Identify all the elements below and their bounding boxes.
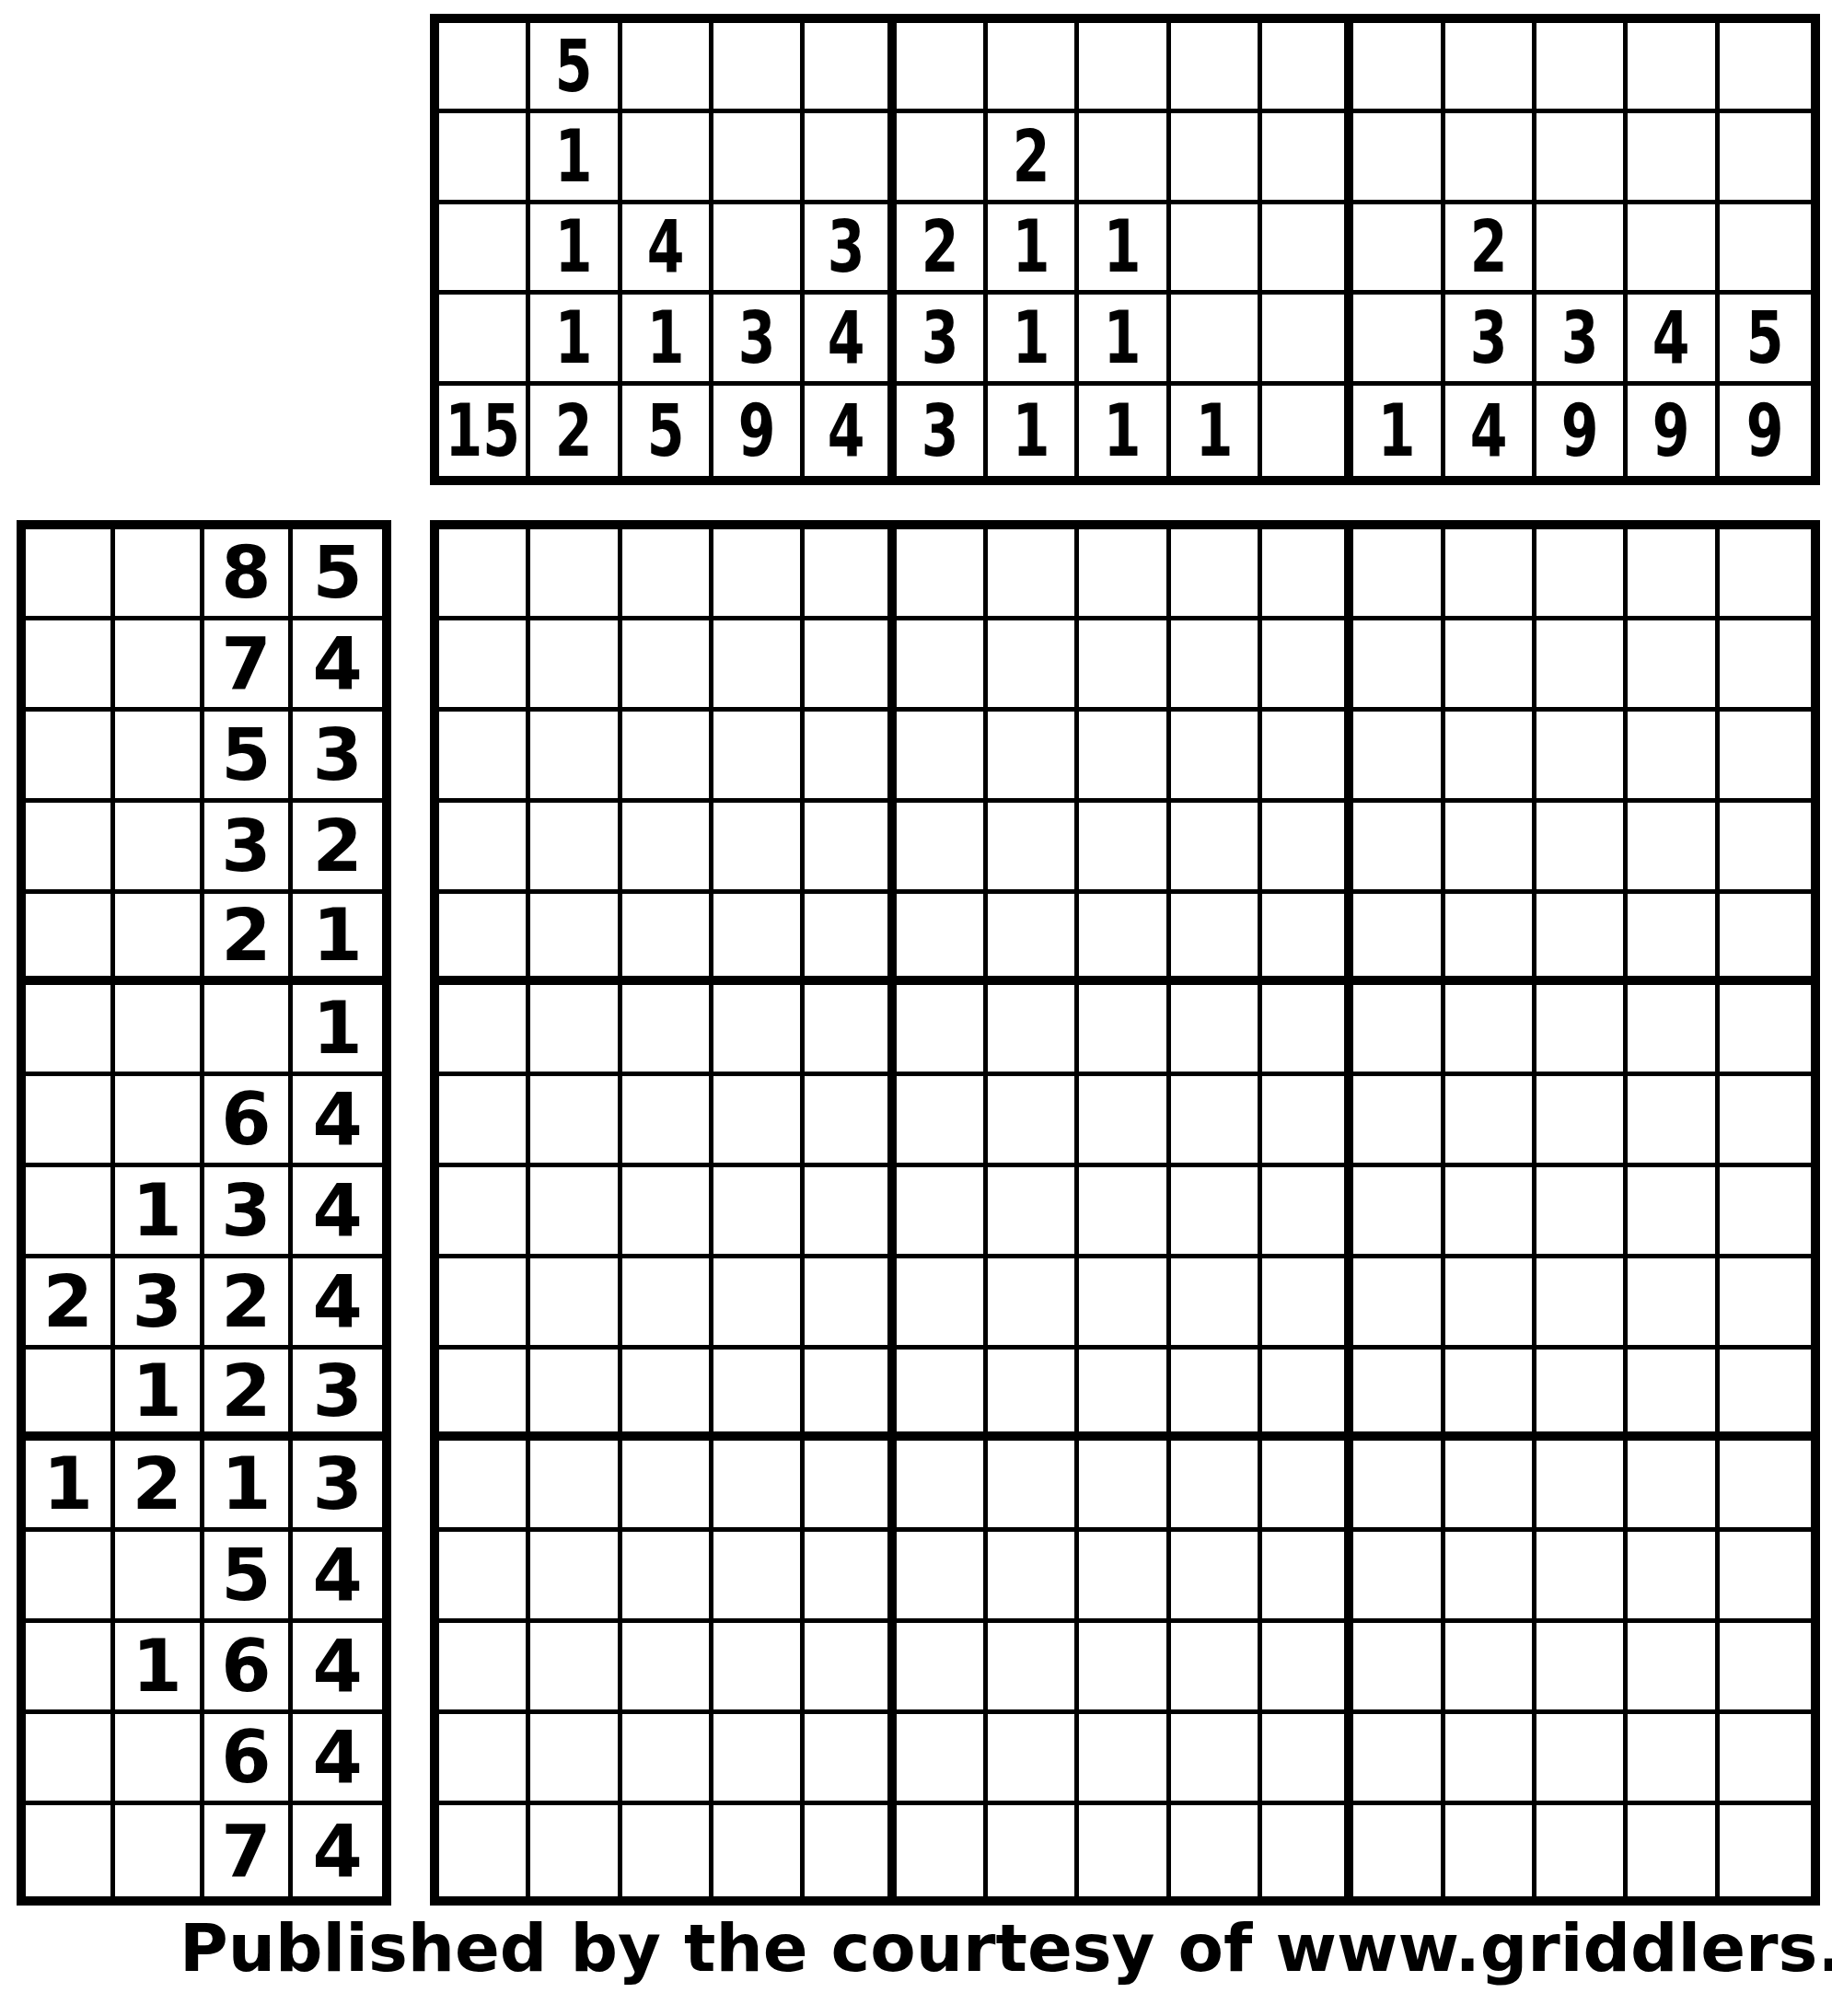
grid-cell[interactable] xyxy=(1171,1441,1262,1532)
grid-cell[interactable] xyxy=(988,1076,1079,1167)
grid-cell[interactable] xyxy=(1262,620,1353,712)
row-clue-cell: 3 xyxy=(204,803,294,894)
grid-cell[interactable] xyxy=(897,1805,988,1896)
grid-cell[interactable] xyxy=(1079,803,1170,894)
grid-cell[interactable] xyxy=(622,1258,713,1350)
grid-cell[interactable] xyxy=(1353,529,1444,620)
grid-cell[interactable] xyxy=(439,894,530,985)
grid-cell[interactable] xyxy=(1079,1167,1170,1258)
grid-cell[interactable] xyxy=(1536,894,1628,985)
grid-cell[interactable] xyxy=(1536,1167,1628,1258)
grid-cell[interactable] xyxy=(1720,1623,1811,1714)
clue-number: 15 xyxy=(445,395,519,467)
column-clue-cell xyxy=(1262,295,1353,385)
grid-cell[interactable] xyxy=(1536,985,1628,1076)
grid-cell[interactable] xyxy=(1353,1350,1444,1441)
column-clue-cell xyxy=(1353,23,1444,113)
grid-cell[interactable] xyxy=(713,985,805,1076)
grid-cell[interactable] xyxy=(897,529,988,620)
clue-number: 4 xyxy=(312,1266,362,1338)
clue-number: 4 xyxy=(312,1815,362,1887)
grid-cell[interactable] xyxy=(622,1076,713,1167)
grid-cell[interactable] xyxy=(439,1076,530,1167)
grid-cell[interactable] xyxy=(1079,1258,1170,1350)
grid-cell[interactable] xyxy=(1171,803,1262,894)
grid-cell[interactable] xyxy=(1262,529,1353,620)
grid-cell[interactable] xyxy=(805,1441,896,1532)
grid-cell[interactable] xyxy=(1262,1441,1353,1532)
grid-cell[interactable] xyxy=(1353,1076,1444,1167)
column-clue-cell: 1 xyxy=(1079,386,1170,476)
grid-cell[interactable] xyxy=(1720,1805,1811,1896)
grid-cell[interactable] xyxy=(1720,1532,1811,1623)
grid-cell[interactable] xyxy=(897,1441,988,1532)
grid-cell[interactable] xyxy=(1720,1258,1811,1350)
column-clue-cell xyxy=(805,23,896,113)
grid-cell[interactable] xyxy=(1262,1258,1353,1350)
clue-number: 5 xyxy=(646,395,684,467)
clue-number: 2 xyxy=(1469,211,1507,283)
column-clue-cell xyxy=(1171,295,1262,385)
grid-cell[interactable] xyxy=(622,803,713,894)
grid-cell[interactable] xyxy=(988,894,1079,985)
grid-cell[interactable] xyxy=(530,1350,621,1441)
grid-cell[interactable] xyxy=(1079,1350,1170,1441)
grid-cell[interactable] xyxy=(1171,985,1262,1076)
grid-cell[interactable] xyxy=(439,1258,530,1350)
column-clue-cell: 4 xyxy=(622,204,713,295)
clue-number: 4 xyxy=(312,628,362,700)
grid-cell[interactable] xyxy=(1079,1623,1170,1714)
grid-cell[interactable] xyxy=(1720,985,1811,1076)
grid-cell[interactable] xyxy=(622,1714,713,1805)
column-clue-cell: 4 xyxy=(1445,386,1536,476)
grid-cell[interactable] xyxy=(1536,1805,1628,1896)
grid-cell[interactable] xyxy=(1720,1714,1811,1805)
grid-cell[interactable] xyxy=(1353,1623,1444,1714)
grid-cell[interactable] xyxy=(1445,1076,1536,1167)
grid-cell[interactable] xyxy=(1536,712,1628,803)
grid-cell[interactable] xyxy=(805,1258,896,1350)
grid-cell[interactable] xyxy=(530,1258,621,1350)
column-clue-cell: 15 xyxy=(439,386,530,476)
grid-cell[interactable] xyxy=(530,1076,621,1167)
grid-cell[interactable] xyxy=(1171,1532,1262,1623)
column-clue-cell: 5 xyxy=(530,23,621,113)
grid-cell[interactable] xyxy=(1171,894,1262,985)
row-clue-cell: 4 xyxy=(293,1258,382,1350)
grid-cell[interactable] xyxy=(1536,803,1628,894)
clue-number: 1 xyxy=(43,1448,93,1520)
grid-cell[interactable] xyxy=(439,1441,530,1532)
grid-cell[interactable] xyxy=(1720,803,1811,894)
grid-cell[interactable] xyxy=(1353,803,1444,894)
grid-cell[interactable] xyxy=(1628,1167,1719,1258)
grid-cell[interactable] xyxy=(1445,1532,1536,1623)
grid-cell[interactable] xyxy=(988,1714,1079,1805)
column-clue-cell: 9 xyxy=(1536,386,1628,476)
grid-cell[interactable] xyxy=(530,1623,621,1714)
grid-cell[interactable] xyxy=(622,1805,713,1896)
grid-cell[interactable] xyxy=(1445,985,1536,1076)
grid-cell[interactable] xyxy=(1353,1532,1444,1623)
grid-cell[interactable] xyxy=(713,803,805,894)
grid-cell[interactable] xyxy=(1445,620,1536,712)
grid-cell[interactable] xyxy=(805,1714,896,1805)
grid-cell[interactable] xyxy=(1628,1623,1719,1714)
grid-cell[interactable] xyxy=(988,620,1079,712)
grid-cell[interactable] xyxy=(1628,1714,1719,1805)
grid-cell[interactable] xyxy=(1720,712,1811,803)
grid-cell[interactable] xyxy=(1353,1167,1444,1258)
grid-cell[interactable] xyxy=(1628,1350,1719,1441)
grid-cell[interactable] xyxy=(805,1532,896,1623)
grid-cell[interactable] xyxy=(805,1167,896,1258)
grid-cell[interactable] xyxy=(1536,1076,1628,1167)
grid-cell[interactable] xyxy=(1262,1532,1353,1623)
grid-cell[interactable] xyxy=(530,1714,621,1805)
grid-cell[interactable] xyxy=(897,620,988,712)
grid-cell[interactable] xyxy=(622,620,713,712)
grid-cell[interactable] xyxy=(530,620,621,712)
grid-cell[interactable] xyxy=(1445,1714,1536,1805)
clue-number: 2 xyxy=(1013,121,1050,192)
grid-cell[interactable] xyxy=(1079,712,1170,803)
grid-cell[interactable] xyxy=(1079,985,1170,1076)
grid-cell[interactable] xyxy=(1079,894,1170,985)
grid-cell[interactable] xyxy=(439,1714,530,1805)
column-clue-cell: 1 xyxy=(988,386,1079,476)
grid-cell[interactable] xyxy=(1628,1258,1719,1350)
grid-cell[interactable] xyxy=(988,1258,1079,1350)
clue-number: 3 xyxy=(312,719,362,791)
clue-number: 1 xyxy=(1104,211,1142,283)
grid-cell[interactable] xyxy=(1628,894,1719,985)
row-clue-cell: 4 xyxy=(293,620,382,712)
row-clue-cell: 2 xyxy=(204,894,294,985)
grid-cell[interactable] xyxy=(622,529,713,620)
grid-cell[interactable] xyxy=(897,1350,988,1441)
caption: Published by the courtesy of www.griddle… xyxy=(180,1915,1832,1981)
grid-cell[interactable] xyxy=(1720,529,1811,620)
grid-cell[interactable] xyxy=(1353,1258,1444,1350)
grid-cell[interactable] xyxy=(713,1714,805,1805)
clue-number: 4 xyxy=(312,1630,362,1702)
column-clue-cell xyxy=(1262,113,1353,203)
row-clue-cell xyxy=(26,712,115,803)
grid-cell[interactable] xyxy=(805,894,896,985)
grid-cell[interactable] xyxy=(897,1532,988,1623)
grid-cell[interactable] xyxy=(439,1350,530,1441)
grid-cell[interactable] xyxy=(1171,620,1262,712)
row-clue-cell xyxy=(26,803,115,894)
grid-cell[interactable] xyxy=(530,1532,621,1623)
grid-cell[interactable] xyxy=(713,1441,805,1532)
grid-cell[interactable] xyxy=(1079,529,1170,620)
grid-cell[interactable] xyxy=(713,620,805,712)
grid-cell[interactable] xyxy=(988,1532,1079,1623)
column-clue-cell xyxy=(1628,113,1719,203)
grid-cell[interactable] xyxy=(897,1076,988,1167)
grid-cell[interactable] xyxy=(713,712,805,803)
grid-cell[interactable] xyxy=(1079,1532,1170,1623)
column-clue-cell: 4 xyxy=(1628,295,1719,385)
grid-cell[interactable] xyxy=(713,1167,805,1258)
grid-cell[interactable] xyxy=(1353,620,1444,712)
grid-cell[interactable] xyxy=(1353,712,1444,803)
grid-cell[interactable] xyxy=(1536,1350,1628,1441)
grid-cell[interactable] xyxy=(805,1805,896,1896)
grid-cell[interactable] xyxy=(988,712,1079,803)
column-clue-cell: 3 xyxy=(805,204,896,295)
grid-cell[interactable] xyxy=(1628,620,1719,712)
grid-cell[interactable] xyxy=(1262,803,1353,894)
grid-cell[interactable] xyxy=(1445,1350,1536,1441)
grid-cell[interactable] xyxy=(1079,1076,1170,1167)
row-clue-cell xyxy=(26,1076,115,1167)
grid-cell[interactable] xyxy=(622,1167,713,1258)
clue-number: 3 xyxy=(738,302,776,374)
grid-cell[interactable] xyxy=(622,712,713,803)
grid-cell[interactable] xyxy=(805,529,896,620)
grid-cell[interactable] xyxy=(1353,1805,1444,1896)
clue-number: 3 xyxy=(828,211,865,283)
grid-cell[interactable] xyxy=(1079,1805,1170,1896)
grid-cell[interactable] xyxy=(1353,985,1444,1076)
grid-cell[interactable] xyxy=(805,712,896,803)
grid-cell[interactable] xyxy=(1262,985,1353,1076)
grid-cell[interactable] xyxy=(1628,1441,1719,1532)
grid-cell[interactable] xyxy=(988,1350,1079,1441)
clue-number: 1 xyxy=(1013,211,1050,283)
column-clue-cell xyxy=(1262,204,1353,295)
clue-number: 9 xyxy=(1561,395,1599,467)
grid-cell[interactable] xyxy=(988,803,1079,894)
grid-cell[interactable] xyxy=(1628,1532,1719,1623)
row-clue-cell xyxy=(115,803,204,894)
grid-cell[interactable] xyxy=(713,1350,805,1441)
grid-cell[interactable] xyxy=(1720,620,1811,712)
clue-number: 7 xyxy=(221,1815,271,1887)
column-clue-cell xyxy=(439,295,530,385)
grid-cell[interactable] xyxy=(530,529,621,620)
grid-cell[interactable] xyxy=(1445,1258,1536,1350)
grid-cell[interactable] xyxy=(1720,1441,1811,1532)
grid-cell[interactable] xyxy=(805,985,896,1076)
grid-cell[interactable] xyxy=(439,712,530,803)
grid-cell[interactable] xyxy=(897,985,988,1076)
grid-cell[interactable] xyxy=(1262,712,1353,803)
clue-number: 2 xyxy=(221,1266,271,1338)
grid-cell[interactable] xyxy=(805,1623,896,1714)
grid-cell[interactable] xyxy=(988,529,1079,620)
clue-number: 1 xyxy=(1013,302,1050,374)
grid-cell[interactable] xyxy=(1720,1167,1811,1258)
grid-cell[interactable] xyxy=(1720,894,1811,985)
column-clue-cell: 9 xyxy=(713,386,805,476)
clue-number: 1 xyxy=(555,302,593,374)
grid-cell[interactable] xyxy=(622,894,713,985)
row-clue-cell xyxy=(26,1350,115,1441)
grid-cell[interactable] xyxy=(1720,1076,1811,1167)
row-clue-cell: 5 xyxy=(204,712,294,803)
grid-cell[interactable] xyxy=(713,1076,805,1167)
column-clue-cell: 2 xyxy=(530,386,621,476)
grid-cell[interactable] xyxy=(897,894,988,985)
row-clue-cell: 3 xyxy=(293,712,382,803)
grid-cell[interactable] xyxy=(1079,620,1170,712)
grid-cell[interactable] xyxy=(897,1714,988,1805)
grid-cell[interactable] xyxy=(530,894,621,985)
grid-cell[interactable] xyxy=(1445,803,1536,894)
clue-number: 3 xyxy=(221,810,271,882)
grid-cell[interactable] xyxy=(988,1805,1079,1896)
grid-cell[interactable] xyxy=(1536,620,1628,712)
clue-number: 3 xyxy=(132,1266,181,1338)
grid-cell[interactable] xyxy=(1536,1623,1628,1714)
grid-cell[interactable] xyxy=(805,1076,896,1167)
grid-cell[interactable] xyxy=(622,1532,713,1623)
clue-number: 1 xyxy=(132,1175,181,1246)
column-clue-cell: 2 xyxy=(988,113,1079,203)
grid-cell[interactable] xyxy=(439,1167,530,1258)
grid-cell[interactable] xyxy=(988,1441,1079,1532)
row-clue-cell: 6 xyxy=(204,1623,294,1714)
grid-cell[interactable] xyxy=(1628,1805,1719,1896)
grid-cell[interactable] xyxy=(439,1805,530,1896)
grid-cell[interactable] xyxy=(897,1258,988,1350)
grid-cell[interactable] xyxy=(1536,1532,1628,1623)
grid-cell[interactable] xyxy=(805,1350,896,1441)
grid-cell[interactable] xyxy=(1353,1714,1444,1805)
column-clue-cell: 9 xyxy=(1720,386,1811,476)
grid-cell[interactable] xyxy=(897,1623,988,1714)
grid-cell[interactable] xyxy=(805,620,896,712)
grid-cell[interactable] xyxy=(622,1441,713,1532)
clue-number: 9 xyxy=(738,395,776,467)
grid-cell[interactable] xyxy=(439,1623,530,1714)
grid-cell[interactable] xyxy=(530,1441,621,1532)
grid-cell[interactable] xyxy=(1628,985,1719,1076)
clue-number: 1 xyxy=(1013,395,1050,467)
column-clue-cell: 3 xyxy=(897,295,988,385)
grid-cell[interactable] xyxy=(805,803,896,894)
grid-cell[interactable] xyxy=(1445,1805,1536,1896)
grid-cell[interactable] xyxy=(1171,529,1262,620)
grid-cell[interactable] xyxy=(1445,1623,1536,1714)
grid-cell[interactable] xyxy=(622,1623,713,1714)
grid-cell[interactable] xyxy=(1171,1076,1262,1167)
grid-cell[interactable] xyxy=(1536,1441,1628,1532)
grid-cell[interactable] xyxy=(1079,1441,1170,1532)
grid-cell[interactable] xyxy=(713,529,805,620)
clue-number: 4 xyxy=(1469,395,1507,467)
grid-cell[interactable] xyxy=(897,1167,988,1258)
column-clue-cell xyxy=(713,23,805,113)
grid-cell[interactable] xyxy=(1628,1076,1719,1167)
row-clue-cell: 1 xyxy=(115,1167,204,1258)
grid-cell[interactable] xyxy=(1536,1258,1628,1350)
row-clue-cell: 1 xyxy=(115,1350,204,1441)
grid-cell[interactable] xyxy=(1171,1258,1262,1350)
grid-cell[interactable] xyxy=(988,985,1079,1076)
grid-cell[interactable] xyxy=(439,620,530,712)
grid-cell[interactable] xyxy=(530,1167,621,1258)
row-clue-cell: 5 xyxy=(293,529,382,620)
row-clue-cell xyxy=(115,529,204,620)
grid-cell[interactable] xyxy=(530,712,621,803)
grid-cell[interactable] xyxy=(1171,1714,1262,1805)
grid-cell[interactable] xyxy=(1445,1167,1536,1258)
grid-cell[interactable] xyxy=(1262,1076,1353,1167)
grid-cell[interactable] xyxy=(622,985,713,1076)
grid-cell[interactable] xyxy=(439,803,530,894)
clue-number: 5 xyxy=(312,537,362,608)
column-clue-cell: 2 xyxy=(897,204,988,295)
row-clue-cell: 2 xyxy=(204,1258,294,1350)
grid-cell[interactable] xyxy=(1536,1714,1628,1805)
grid-cell[interactable] xyxy=(713,1532,805,1623)
grid-cell[interactable] xyxy=(1445,894,1536,985)
grid-cell[interactable] xyxy=(1262,1805,1353,1896)
grid-cell[interactable] xyxy=(530,1805,621,1896)
grid-cell[interactable] xyxy=(1628,803,1719,894)
grid-cell[interactable] xyxy=(713,894,805,985)
grid-cell[interactable] xyxy=(713,1623,805,1714)
grid-cell[interactable] xyxy=(1171,1350,1262,1441)
grid-cell[interactable] xyxy=(1628,712,1719,803)
grid-cell[interactable] xyxy=(1720,1350,1811,1441)
grid-cell[interactable] xyxy=(1262,1623,1353,1714)
grid-cell[interactable] xyxy=(713,1258,805,1350)
grid-cell[interactable] xyxy=(1171,712,1262,803)
grid-cell[interactable] xyxy=(439,529,530,620)
grid-cell[interactable] xyxy=(439,985,530,1076)
grid-cell[interactable] xyxy=(1353,1441,1444,1532)
clue-number: 3 xyxy=(312,1448,362,1520)
grid-cell[interactable] xyxy=(1171,1623,1262,1714)
grid-cell[interactable] xyxy=(439,1532,530,1623)
grid-cell[interactable] xyxy=(1262,894,1353,985)
grid-cell[interactable] xyxy=(1262,1714,1353,1805)
grid-cell[interactable] xyxy=(988,1623,1079,1714)
clue-number: 4 xyxy=(312,1721,362,1793)
grid-cell[interactable] xyxy=(988,1167,1079,1258)
grid-cell[interactable] xyxy=(1262,1350,1353,1441)
grid-cell[interactable] xyxy=(1353,894,1444,985)
row-clue-cell: 4 xyxy=(293,1167,382,1258)
row-clue-cell: 3 xyxy=(204,1167,294,1258)
column-clue-cell xyxy=(1171,204,1262,295)
grid-cell[interactable] xyxy=(1079,1714,1170,1805)
grid-cell[interactable] xyxy=(897,803,988,894)
grid-cell[interactable] xyxy=(1445,712,1536,803)
grid-cell[interactable] xyxy=(1445,1441,1536,1532)
grid-cell[interactable] xyxy=(1171,1805,1262,1896)
grid-cell[interactable] xyxy=(1445,529,1536,620)
grid-cell[interactable] xyxy=(530,985,621,1076)
grid-cell[interactable] xyxy=(622,1350,713,1441)
grid-cell[interactable] xyxy=(1262,1167,1353,1258)
row-clue-cell xyxy=(26,1805,115,1896)
column-clue-cell xyxy=(622,23,713,113)
grid-cell[interactable] xyxy=(713,1805,805,1896)
grid-cell[interactable] xyxy=(530,803,621,894)
grid-cell[interactable] xyxy=(1628,529,1719,620)
grid-cell[interactable] xyxy=(1536,529,1628,620)
grid-cell[interactable] xyxy=(1171,1167,1262,1258)
grid-cell[interactable] xyxy=(897,712,988,803)
